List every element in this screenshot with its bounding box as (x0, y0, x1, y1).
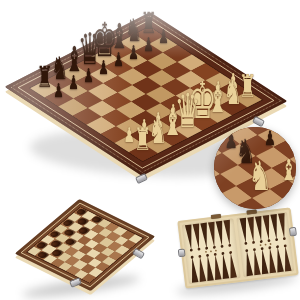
point-knob (206, 254, 209, 257)
backgammon-point (262, 215, 272, 241)
clasp-icon (178, 249, 186, 258)
backgammon-left-panel (182, 218, 240, 284)
point-knob (221, 252, 224, 255)
inset-pieces-layer: ♟♞♟♞♝ (214, 127, 296, 209)
backgammon-point (220, 253, 230, 279)
point-knob (228, 244, 231, 247)
backgammon-point (254, 216, 264, 242)
detail-inset: ♟♞♟♞♝ (214, 127, 296, 209)
point-knob (275, 245, 278, 248)
backgammon-point (208, 222, 218, 248)
backgammon-point (274, 246, 284, 272)
point-knob (244, 242, 247, 245)
point-knob (190, 249, 193, 252)
point-knob (229, 251, 232, 254)
backgammon-point (258, 248, 268, 274)
routed-dot (205, 251, 207, 253)
point-knob (259, 240, 262, 243)
backgammon-point (200, 223, 210, 249)
backgammon-point (223, 220, 233, 246)
point-knob (214, 253, 217, 256)
clasp-icon (289, 227, 297, 237)
point-knob (245, 249, 248, 252)
backgammon-points (182, 218, 240, 284)
board-square (214, 204, 217, 209)
backgammon-points (236, 212, 294, 278)
backgammon-point (216, 221, 226, 247)
checkers-board (15, 199, 155, 291)
backgammon-point (247, 217, 257, 243)
backgammon-point (193, 224, 203, 250)
product-photo: ♜♞♝♛♚♝♞♜♟♟♟♟♟♟♟♟♟♟♟♟♟♟♟♟♜♞♝♛♚♝♞♜ ♟♞♟♞♝ (0, 0, 300, 300)
inset-chess-piece-dark-pawn: ♟ (263, 128, 276, 148)
point-knob (205, 247, 208, 250)
hinge-icon (211, 214, 221, 219)
backgammon-point (266, 247, 276, 273)
backgammon-point (189, 257, 199, 283)
routed-dot (269, 243, 271, 245)
routed-dot (264, 244, 266, 246)
backgammon-point (197, 256, 207, 282)
backgammon-box (177, 207, 298, 288)
backgammon-point (277, 213, 287, 239)
point-knob (275, 238, 278, 241)
backgammon-point (281, 245, 291, 271)
point-knob (267, 239, 270, 242)
point-knob (252, 241, 255, 244)
inset-chess-piece-light-knight: ♞ (247, 157, 274, 197)
backgammon-point (204, 255, 214, 281)
point-knob (198, 255, 201, 258)
inset-chess-piece-dark-knight: ♞ (235, 135, 257, 169)
point-knob (191, 256, 194, 259)
board-square (286, 192, 296, 209)
point-knob (283, 244, 286, 247)
backgammon-point (185, 224, 195, 250)
routed-dot (210, 250, 212, 252)
point-knob (268, 246, 271, 249)
backgammon-point (251, 249, 261, 275)
point-knob (282, 237, 285, 240)
point-knob (252, 248, 255, 251)
routed-dot (259, 244, 261, 246)
board-square (291, 129, 296, 150)
point-knob (260, 247, 263, 250)
point-knob (197, 248, 200, 251)
point-knob (213, 246, 216, 249)
backgammon-point (243, 250, 253, 276)
backgammon-point (239, 218, 249, 244)
inset-chess-piece-light-bishop: ♝ (279, 156, 296, 185)
point-knob (220, 245, 223, 248)
backgammon-point (227, 252, 237, 278)
hinge-icon (247, 209, 257, 214)
backgammon-point (270, 214, 280, 240)
backgammon-point (212, 254, 222, 280)
backgammon-right-panel (236, 212, 294, 278)
routed-dot (215, 250, 217, 252)
